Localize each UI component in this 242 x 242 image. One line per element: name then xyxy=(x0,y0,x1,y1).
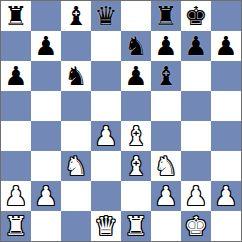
square-c2[interactable] xyxy=(61,181,91,211)
square-c6[interactable]: ♞ xyxy=(61,61,91,91)
white-knight[interactable]: ♞ xyxy=(64,153,87,179)
square-a8[interactable]: ♜ xyxy=(1,1,31,31)
square-g5[interactable] xyxy=(181,91,211,121)
square-h2[interactable]: ♟ xyxy=(211,181,241,211)
black-rook[interactable]: ♜ xyxy=(4,3,27,29)
square-c5[interactable] xyxy=(61,91,91,121)
white-pawn[interactable]: ♟ xyxy=(214,183,237,209)
square-c8[interactable]: ♝ xyxy=(61,1,91,31)
square-h6[interactable] xyxy=(211,61,241,91)
square-b1[interactable] xyxy=(31,211,61,241)
square-h7[interactable]: ♟ xyxy=(211,31,241,61)
square-b8[interactable] xyxy=(31,1,61,31)
black-rook[interactable]: ♜ xyxy=(154,3,177,29)
black-pawn[interactable]: ♟ xyxy=(184,33,207,59)
square-b7[interactable]: ♟ xyxy=(31,31,61,61)
black-knight[interactable]: ♞ xyxy=(124,33,147,59)
square-g2[interactable]: ♟ xyxy=(181,181,211,211)
square-b4[interactable] xyxy=(31,121,61,151)
square-h1[interactable] xyxy=(211,211,241,241)
square-f3[interactable]: ♞ xyxy=(151,151,181,181)
white-rook[interactable]: ♜ xyxy=(124,213,147,239)
square-b5[interactable] xyxy=(31,91,61,121)
square-e8[interactable] xyxy=(121,1,151,31)
square-f2[interactable]: ♟ xyxy=(151,181,181,211)
square-a7[interactable] xyxy=(1,31,31,61)
square-c7[interactable] xyxy=(61,31,91,61)
square-h5[interactable] xyxy=(211,91,241,121)
square-d3[interactable] xyxy=(91,151,121,181)
square-e3[interactable]: ♝ xyxy=(121,151,151,181)
square-g7[interactable]: ♟ xyxy=(181,31,211,61)
square-e5[interactable] xyxy=(121,91,151,121)
square-d1[interactable]: ♛ xyxy=(91,211,121,241)
square-h4[interactable] xyxy=(211,121,241,151)
square-f4[interactable] xyxy=(151,121,181,151)
white-pawn[interactable]: ♟ xyxy=(34,183,57,209)
square-g3[interactable] xyxy=(181,151,211,181)
white-knight[interactable]: ♞ xyxy=(154,153,177,179)
square-b3[interactable] xyxy=(31,151,61,181)
square-c1[interactable] xyxy=(61,211,91,241)
square-e2[interactable] xyxy=(121,181,151,211)
square-d2[interactable] xyxy=(91,181,121,211)
square-f7[interactable]: ♟ xyxy=(151,31,181,61)
black-king[interactable]: ♚ xyxy=(184,3,207,29)
square-d5[interactable] xyxy=(91,91,121,121)
square-b6[interactable] xyxy=(31,61,61,91)
white-pawn[interactable]: ♟ xyxy=(4,183,27,209)
white-bishop[interactable]: ♝ xyxy=(124,153,147,179)
square-a1[interactable]: ♜ xyxy=(1,211,31,241)
square-b2[interactable]: ♟ xyxy=(31,181,61,211)
black-pawn[interactable]: ♟ xyxy=(154,33,177,59)
square-a6[interactable]: ♟ xyxy=(1,61,31,91)
square-g4[interactable] xyxy=(181,121,211,151)
square-a3[interactable] xyxy=(1,151,31,181)
square-d4[interactable]: ♟ xyxy=(91,121,121,151)
black-pawn[interactable]: ♟ xyxy=(124,63,147,89)
black-pawn[interactable]: ♟ xyxy=(214,33,237,59)
square-f1[interactable] xyxy=(151,211,181,241)
square-g1[interactable]: ♚ xyxy=(181,211,211,241)
square-a4[interactable] xyxy=(1,121,31,151)
black-pawn[interactable]: ♟ xyxy=(4,63,27,89)
square-f8[interactable]: ♜ xyxy=(151,1,181,31)
square-a2[interactable]: ♟ xyxy=(1,181,31,211)
white-pawn[interactable]: ♟ xyxy=(154,183,177,209)
white-bishop[interactable]: ♝ xyxy=(124,123,147,149)
black-pawn[interactable]: ♟ xyxy=(34,33,57,59)
square-c3[interactable]: ♞ xyxy=(61,151,91,181)
square-g6[interactable] xyxy=(181,61,211,91)
square-f5[interactable] xyxy=(151,91,181,121)
square-g8[interactable]: ♚ xyxy=(181,1,211,31)
black-bishop[interactable]: ♝ xyxy=(64,3,87,29)
square-e1[interactable]: ♜ xyxy=(121,211,151,241)
square-d7[interactable] xyxy=(91,31,121,61)
square-h8[interactable] xyxy=(211,1,241,31)
black-queen[interactable]: ♛ xyxy=(94,3,117,29)
white-king[interactable]: ♚ xyxy=(184,213,207,239)
square-e7[interactable]: ♞ xyxy=(121,31,151,61)
black-bishop[interactable]: ♝ xyxy=(154,63,177,89)
square-e6[interactable]: ♟ xyxy=(121,61,151,91)
square-f6[interactable]: ♝ xyxy=(151,61,181,91)
square-d8[interactable]: ♛ xyxy=(91,1,121,31)
square-c4[interactable] xyxy=(61,121,91,151)
square-e4[interactable]: ♝ xyxy=(121,121,151,151)
white-pawn[interactable]: ♟ xyxy=(94,123,117,149)
black-knight[interactable]: ♞ xyxy=(64,63,87,89)
white-queen[interactable]: ♛ xyxy=(94,213,117,239)
square-d6[interactable] xyxy=(91,61,121,91)
chess-board: ♜♝♛♜♚♟♞♟♟♟♟♞♟♝♟♝♞♝♞♟♟♟♟♟♜♛♜♚ xyxy=(0,0,242,242)
white-pawn[interactable]: ♟ xyxy=(184,183,207,209)
square-a5[interactable] xyxy=(1,91,31,121)
square-h3[interactable] xyxy=(211,151,241,181)
white-rook[interactable]: ♜ xyxy=(4,213,27,239)
